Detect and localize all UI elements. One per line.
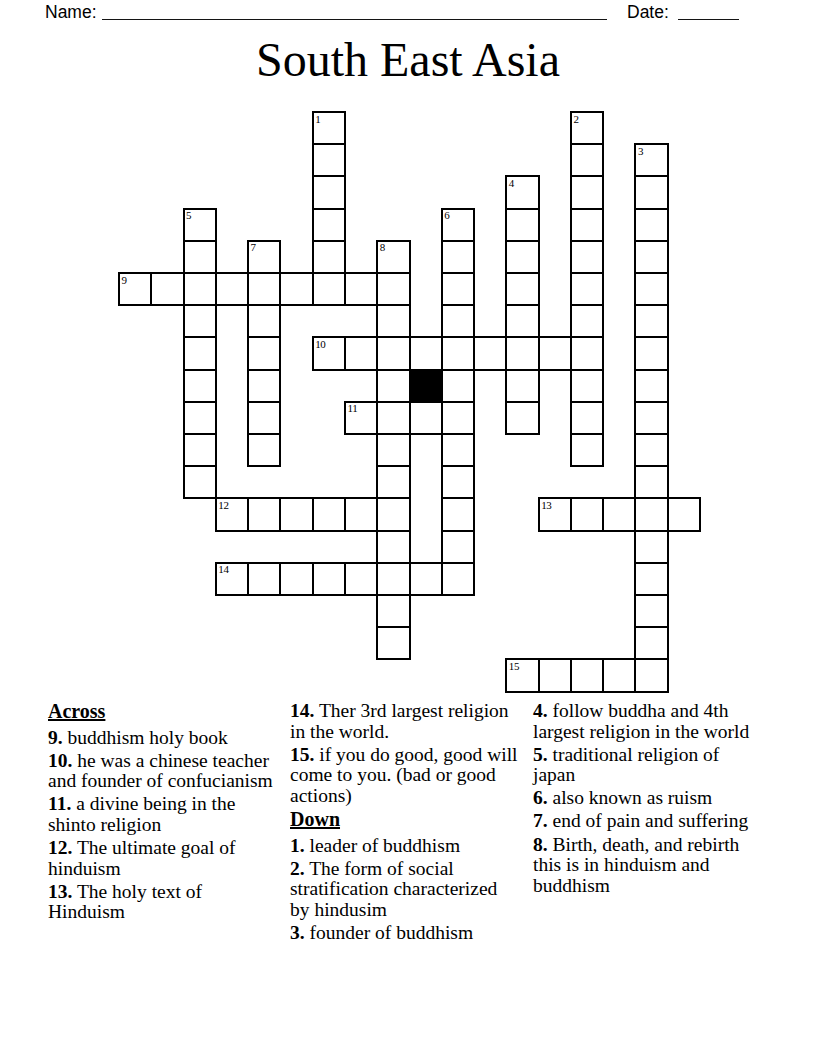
clue-text: The holy text of Hinduism (48, 881, 202, 923)
grid-cell[interactable] (183, 465, 217, 499)
clue-item: 2. The form of social stratification cha… (290, 859, 519, 921)
clue-item: 14. Ther 3rd largest religion in the wor… (290, 701, 519, 742)
cell-number: 8 (380, 242, 385, 252)
grid-cell[interactable] (312, 208, 346, 242)
grid-cell[interactable] (473, 336, 507, 370)
clue-item: 12. The ultimate goal of hinduism (48, 838, 274, 879)
clue-number: 4. (533, 700, 548, 721)
grid-cell[interactable] (570, 401, 604, 435)
grid-cell[interactable] (376, 272, 410, 306)
cell-number: 15 (509, 661, 519, 671)
grid-cell[interactable] (183, 401, 217, 435)
clue-text: The form of social stratification charac… (290, 858, 497, 920)
grid-cell[interactable]: 1 (312, 111, 346, 145)
cell-number: 5 (186, 210, 191, 220)
cell-number: 10 (315, 339, 325, 349)
clue-text: Birth, death, and rebirth this is in hin… (533, 834, 739, 896)
grid-cell[interactable] (441, 304, 475, 338)
grid-cell[interactable] (634, 562, 668, 596)
grid-cell[interactable] (376, 497, 410, 531)
cell-number: 2 (573, 114, 578, 124)
grid-cell[interactable] (634, 658, 668, 692)
clue-number: 12. (48, 837, 72, 858)
grid-cell[interactable]: 14 (215, 562, 249, 596)
grid-cell[interactable] (441, 336, 475, 370)
grid-cell[interactable]: 7 (247, 240, 281, 274)
clue-text: leader of buddhism (305, 835, 460, 856)
date-label: Date: (627, 4, 669, 21)
clue-number: 5. (533, 744, 548, 765)
grid-cell[interactable] (634, 401, 668, 435)
grid-cell[interactable]: 3 (634, 143, 668, 177)
grid-cell[interactable] (441, 530, 475, 564)
grid-cell[interactable] (570, 304, 604, 338)
clue-item: 11. a divine being in the shinto religio… (48, 794, 274, 835)
grid-cell[interactable] (279, 497, 313, 531)
clue-number: 11. (48, 793, 71, 814)
grid-cell[interactable] (376, 626, 410, 660)
grid-cell[interactable] (602, 497, 636, 531)
grid-cell[interactable] (441, 497, 475, 531)
grid-cell[interactable] (634, 433, 668, 467)
clue-number: 10. (48, 750, 72, 771)
clue-text: traditional religion of japan (533, 744, 719, 786)
cell-number: 7 (251, 242, 256, 252)
clue-text: he was a chinese teacher and founder of … (48, 750, 273, 792)
grid-cell[interactable]: 11 (344, 401, 378, 435)
grid-cell[interactable]: 4 (505, 175, 539, 209)
clue-number: 2. (290, 858, 305, 879)
grid-cell[interactable] (312, 175, 346, 209)
grid-cell[interactable] (538, 658, 572, 692)
grid-cell[interactable] (344, 336, 378, 370)
grid-cell[interactable] (570, 240, 604, 274)
grid-cell[interactable] (376, 594, 410, 628)
clue-item: 3. founder of buddhism (290, 923, 519, 944)
grid-cell[interactable] (344, 272, 378, 306)
grid-cell[interactable] (247, 562, 281, 596)
clue-number: 8. (533, 834, 548, 855)
grid-cell[interactable] (505, 369, 539, 403)
grid-cell[interactable] (409, 562, 443, 596)
grid-cell[interactable]: 6 (441, 208, 475, 242)
clue-item: 9. buddhism holy book (48, 728, 274, 749)
grid-cell[interactable]: 13 (538, 497, 572, 531)
grid-cell[interactable] (505, 401, 539, 435)
grid-cell[interactable] (344, 562, 378, 596)
clue-column-1: Across9. buddhism holy book10. he was a … (48, 701, 274, 925)
clue-item: 8. Birth, death, and rebirth this is in … (533, 835, 751, 897)
grid-cell[interactable] (247, 497, 281, 531)
clue-number: 6. (533, 787, 548, 808)
grid-cell[interactable] (183, 433, 217, 467)
clue-text: follow buddha and 4th largest religion i… (533, 700, 749, 742)
grid-cell[interactable] (376, 530, 410, 564)
grid-cell[interactable] (505, 272, 539, 306)
grid-cell[interactable] (441, 401, 475, 435)
grid-cell[interactable] (441, 369, 475, 403)
grid-cell[interactable] (376, 401, 410, 435)
clue-text: buddhism holy book (63, 727, 228, 748)
grid-cell[interactable] (570, 369, 604, 403)
clue-item: 13. The holy text of Hinduism (48, 882, 274, 923)
crossword-grid: 123456789101112131415 (118, 111, 702, 694)
name-label: Name: (45, 4, 97, 21)
grid-cell[interactable]: 10 (312, 336, 346, 370)
cell-number: 11 (347, 403, 357, 413)
grid-cell[interactable] (570, 272, 604, 306)
clue-item: 6. also known as ruism (533, 788, 751, 809)
cell-number: 3 (638, 146, 643, 156)
clue-number: 1. (290, 835, 305, 856)
grid-cell[interactable] (441, 433, 475, 467)
clue-text: also known as ruism (548, 787, 713, 808)
grid-cell[interactable] (150, 272, 184, 306)
grid-cell[interactable] (312, 562, 346, 596)
grid-cell[interactable] (183, 240, 217, 274)
name-blank-line[interactable] (102, 3, 607, 20)
clue-number: 7. (533, 810, 548, 831)
clue-item: 7. end of pain and suffering (533, 811, 751, 832)
date-blank-line[interactable] (678, 3, 739, 20)
clue-number: 13. (48, 881, 72, 902)
clue-item: 10. he was a chinese teacher and founder… (48, 751, 274, 792)
clue-text: founder of buddhism (305, 922, 473, 943)
grid-cell[interactable]: 12 (215, 497, 249, 531)
clue-number: 9. (48, 727, 63, 748)
grid-cell[interactable] (634, 465, 668, 499)
clue-text: Ther 3rd largest religion in the world. (290, 700, 509, 742)
across-header: Across (48, 701, 274, 722)
grid-cell[interactable] (602, 658, 636, 692)
grid-cell[interactable] (183, 369, 217, 403)
grid-cell[interactable] (279, 562, 313, 596)
grid-cell[interactable] (183, 304, 217, 338)
grid-cell[interactable] (441, 272, 475, 306)
clue-text: a divine being in the shinto religion (48, 793, 235, 835)
clue-item: 5. traditional religion of japan (533, 745, 751, 786)
grid-cell[interactable] (312, 497, 346, 531)
grid-cell[interactable] (441, 562, 475, 596)
cell-number: 1 (315, 114, 320, 124)
clue-column-2: 14. Ther 3rd largest religion in the wor… (290, 701, 519, 946)
grid-cell[interactable] (312, 272, 346, 306)
grid-cell[interactable] (634, 272, 668, 306)
grid-cell[interactable] (570, 336, 604, 370)
grid-cell[interactable] (634, 175, 668, 209)
grid-cell[interactable] (634, 208, 668, 242)
grid-cell[interactable] (183, 336, 217, 370)
grid-cell[interactable] (634, 626, 668, 660)
grid-cell[interactable] (312, 143, 346, 177)
clue-column-3: 4. follow buddha and 4th largest religio… (533, 701, 751, 899)
grid-cell[interactable] (634, 497, 668, 531)
grid-cell[interactable] (570, 433, 604, 467)
grid-cell[interactable] (247, 401, 281, 435)
grid-cell[interactable] (570, 497, 604, 531)
grid-cell[interactable] (376, 369, 410, 403)
cell-number: 13 (541, 500, 551, 510)
grid-cell[interactable] (247, 304, 281, 338)
grid-cell[interactable] (634, 336, 668, 370)
grid-cell[interactable] (505, 208, 539, 242)
grid-cell[interactable] (376, 465, 410, 499)
grid-cell[interactable] (667, 497, 701, 531)
grid-cell[interactable] (247, 433, 281, 467)
clue-item: 15. if you do good, good will come to yo… (290, 745, 519, 807)
grid-cell[interactable] (538, 336, 572, 370)
grid-cell[interactable] (247, 369, 281, 403)
down-header: Down (290, 809, 519, 830)
clue-item: 1. leader of buddhism (290, 836, 519, 857)
clue-text: end of pain and suffering (548, 810, 749, 831)
grid-cell[interactable]: 2 (570, 111, 604, 145)
grid-cell[interactable] (441, 465, 475, 499)
grid-cell[interactable] (247, 272, 281, 306)
cell-number: 4 (509, 178, 514, 188)
grid-cell[interactable] (634, 369, 668, 403)
grid-cell[interactable] (570, 143, 604, 177)
cell-number: 9 (122, 275, 127, 285)
clue-text: The ultimate goal of hinduism (48, 837, 236, 879)
grid-cell[interactable] (570, 658, 604, 692)
cell-number: 14 (218, 564, 228, 574)
grid-cell[interactable]: 8 (376, 240, 410, 274)
black-cell (409, 369, 443, 403)
grid-cell[interactable] (634, 240, 668, 274)
grid-cell[interactable] (215, 272, 249, 306)
grid-cell[interactable] (570, 208, 604, 242)
grid-cell[interactable]: 5 (183, 208, 217, 242)
grid-cell[interactable] (505, 304, 539, 338)
grid-cell[interactable] (183, 272, 217, 306)
grid-cell[interactable]: 9 (118, 272, 152, 306)
cell-number: 6 (444, 210, 449, 220)
grid-cell[interactable] (634, 530, 668, 564)
grid-cell[interactable] (376, 562, 410, 596)
grid-cell[interactable] (570, 175, 604, 209)
grid-cell[interactable] (409, 336, 443, 370)
clue-number: 14. (290, 700, 314, 721)
grid-cell[interactable]: 15 (505, 658, 539, 692)
grid-cell[interactable] (634, 594, 668, 628)
grid-cell[interactable] (344, 497, 378, 531)
clue-number: 3. (290, 922, 305, 943)
grid-cell[interactable] (376, 433, 410, 467)
grid-cell[interactable] (376, 336, 410, 370)
grid-cell[interactable] (441, 240, 475, 274)
grid-cell[interactable] (279, 272, 313, 306)
grid-cell[interactable] (247, 336, 281, 370)
grid-cell[interactable] (312, 240, 346, 274)
grid-cell[interactable] (376, 304, 410, 338)
grid-cell[interactable] (634, 304, 668, 338)
clue-item: 4. follow buddha and 4th largest religio… (533, 701, 751, 742)
clue-text: if you do good, good will come to you. (… (290, 744, 518, 806)
grid-cell[interactable] (409, 401, 443, 435)
cell-number: 12 (218, 500, 228, 510)
grid-cell[interactable] (505, 240, 539, 274)
clue-number: 15. (290, 744, 314, 765)
grid-cell[interactable] (505, 336, 539, 370)
puzzle-title: South East Asia (0, 34, 816, 86)
